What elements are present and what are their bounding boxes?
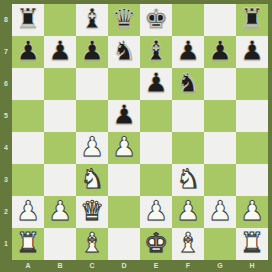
file-label-f: F: [172, 260, 204, 272]
file-label-e: E: [140, 260, 172, 272]
square-b6[interactable]: [44, 68, 76, 100]
square-a7[interactable]: ♟: [12, 36, 44, 68]
square-g8[interactable]: [204, 4, 236, 36]
square-f7[interactable]: ♟: [172, 36, 204, 68]
piece-white-queen[interactable]: ♛: [80, 196, 104, 227]
square-d7[interactable]: ♞: [108, 36, 140, 68]
square-b8[interactable]: [44, 4, 76, 36]
piece-white-pawn[interactable]: ♟: [16, 196, 40, 227]
square-e7[interactable]: ♝: [140, 36, 172, 68]
piece-white-knight[interactable]: ♞: [80, 164, 104, 195]
square-f2[interactable]: ♟: [172, 196, 204, 228]
square-h3[interactable]: [236, 164, 268, 196]
piece-black-king[interactable]: ♚: [144, 4, 168, 35]
square-b2[interactable]: ♟: [44, 196, 76, 228]
piece-white-pawn[interactable]: ♟: [80, 132, 104, 163]
piece-black-pawn[interactable]: ♟: [144, 68, 168, 99]
square-e1[interactable]: ♚: [140, 228, 172, 260]
square-e8[interactable]: ♚: [140, 4, 172, 36]
square-a3[interactable]: [12, 164, 44, 196]
square-h5[interactable]: [236, 100, 268, 132]
rank-label-4: 4: [0, 132, 12, 164]
square-f3[interactable]: ♞: [172, 164, 204, 196]
piece-white-pawn[interactable]: ♟: [48, 196, 72, 227]
piece-white-rook[interactable]: ♜: [16, 228, 40, 259]
square-f4[interactable]: [172, 132, 204, 164]
chess-board-frame: 87654321 ♜♝♛♚♜♟♟♟♞♝♟♟♟♟♞♟♟♟♞♞♟♟♛♟♟♟♟♜♝♚♝…: [0, 0, 272, 272]
square-f5[interactable]: [172, 100, 204, 132]
rank-label-1: 1: [0, 228, 12, 260]
square-b3[interactable]: [44, 164, 76, 196]
square-h8[interactable]: ♜: [236, 4, 268, 36]
square-d4[interactable]: ♟: [108, 132, 140, 164]
square-f8[interactable]: [172, 4, 204, 36]
piece-black-rook[interactable]: ♜: [240, 4, 264, 35]
square-e3[interactable]: [140, 164, 172, 196]
piece-white-pawn[interactable]: ♟: [240, 196, 264, 227]
piece-white-pawn[interactable]: ♟: [144, 196, 168, 227]
square-h4[interactable]: [236, 132, 268, 164]
square-e6[interactable]: ♟: [140, 68, 172, 100]
square-e5[interactable]: [140, 100, 172, 132]
square-a4[interactable]: [12, 132, 44, 164]
piece-black-pawn[interactable]: ♟: [176, 36, 200, 67]
square-c1[interactable]: ♝: [76, 228, 108, 260]
file-label-h: H: [236, 260, 268, 272]
square-f6[interactable]: ♞: [172, 68, 204, 100]
rank-label-5: 5: [0, 100, 12, 132]
square-d8[interactable]: ♛: [108, 4, 140, 36]
square-a6[interactable]: [12, 68, 44, 100]
square-g6[interactable]: [204, 68, 236, 100]
square-c4[interactable]: ♟: [76, 132, 108, 164]
square-g4[interactable]: [204, 132, 236, 164]
piece-black-pawn[interactable]: ♟: [208, 36, 232, 67]
square-a8[interactable]: ♜: [12, 4, 44, 36]
piece-white-rook[interactable]: ♜: [240, 228, 264, 259]
piece-black-pawn[interactable]: ♟: [16, 36, 40, 67]
rank-label-2: 2: [0, 196, 12, 228]
square-c5[interactable]: [76, 100, 108, 132]
piece-black-pawn[interactable]: ♟: [80, 36, 104, 67]
piece-white-bishop[interactable]: ♝: [80, 228, 104, 259]
square-h1[interactable]: ♜: [236, 228, 268, 260]
file-label-c: C: [76, 260, 108, 272]
file-labels: ABCDEFGH: [12, 260, 268, 272]
rank-label-3: 3: [0, 164, 12, 196]
square-b5[interactable]: [44, 100, 76, 132]
piece-black-bishop[interactable]: ♝: [144, 36, 168, 67]
square-d3[interactable]: [108, 164, 140, 196]
piece-black-knight[interactable]: ♞: [112, 36, 136, 67]
square-c2[interactable]: ♛: [76, 196, 108, 228]
piece-white-pawn[interactable]: ♟: [112, 132, 136, 163]
square-g5[interactable]: [204, 100, 236, 132]
piece-white-knight[interactable]: ♞: [176, 164, 200, 195]
square-c7[interactable]: ♟: [76, 36, 108, 68]
square-h7[interactable]: ♟: [236, 36, 268, 68]
square-a5[interactable]: [12, 100, 44, 132]
piece-black-bishop[interactable]: ♝: [80, 4, 104, 35]
square-d5[interactable]: ♟: [108, 100, 140, 132]
file-label-g: G: [204, 260, 236, 272]
square-a2[interactable]: ♟: [12, 196, 44, 228]
file-label-b: B: [44, 260, 76, 272]
square-a1[interactable]: ♜: [12, 228, 44, 260]
rank-labels: 87654321: [0, 4, 12, 260]
square-h2[interactable]: ♟: [236, 196, 268, 228]
piece-black-pawn[interactable]: ♟: [112, 100, 136, 131]
rank-label-8: 8: [0, 4, 12, 36]
square-e4[interactable]: [140, 132, 172, 164]
rank-label-7: 7: [0, 36, 12, 68]
file-label-a: A: [12, 260, 44, 272]
square-c8[interactable]: ♝: [76, 4, 108, 36]
piece-black-pawn[interactable]: ♟: [48, 36, 72, 67]
piece-black-pawn[interactable]: ♟: [240, 36, 264, 67]
piece-white-pawn[interactable]: ♟: [176, 196, 200, 227]
square-g2[interactable]: ♟: [204, 196, 236, 228]
square-e2[interactable]: ♟: [140, 196, 172, 228]
square-b4[interactable]: [44, 132, 76, 164]
rank-label-6: 6: [0, 68, 12, 100]
piece-black-queen[interactable]: ♛: [112, 4, 136, 35]
file-label-d: D: [108, 260, 140, 272]
square-c6[interactable]: [76, 68, 108, 100]
square-g1[interactable]: [204, 228, 236, 260]
piece-black-rook[interactable]: ♜: [16, 4, 40, 35]
piece-white-pawn[interactable]: ♟: [208, 196, 232, 227]
piece-black-knight[interactable]: ♞: [176, 68, 200, 99]
square-c3[interactable]: ♞: [76, 164, 108, 196]
square-g3[interactable]: [204, 164, 236, 196]
piece-white-king[interactable]: ♚: [144, 228, 168, 259]
square-h6[interactable]: [236, 68, 268, 100]
square-f1[interactable]: ♝: [172, 228, 204, 260]
piece-white-bishop[interactable]: ♝: [176, 228, 200, 259]
square-b7[interactable]: ♟: [44, 36, 76, 68]
square-b1[interactable]: [44, 228, 76, 260]
chess-board: ♜♝♛♚♜♟♟♟♞♝♟♟♟♟♞♟♟♟♞♞♟♟♛♟♟♟♟♜♝♚♝♜: [12, 4, 268, 260]
square-g7[interactable]: ♟: [204, 36, 236, 68]
square-d2[interactable]: [108, 196, 140, 228]
square-d6[interactable]: [108, 68, 140, 100]
square-d1[interactable]: [108, 228, 140, 260]
